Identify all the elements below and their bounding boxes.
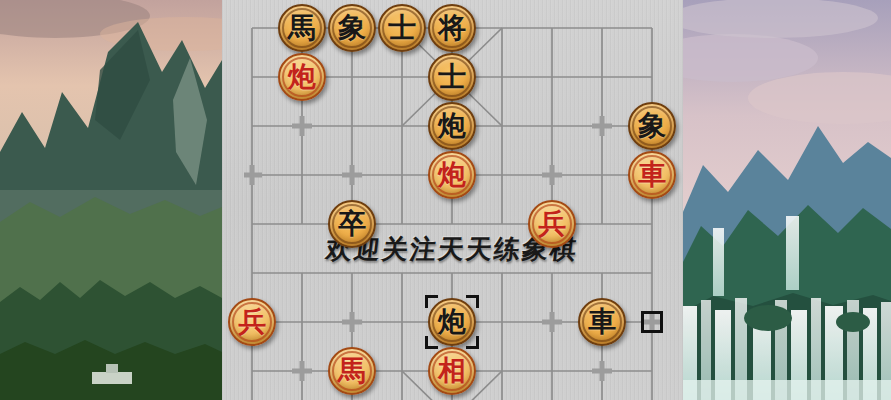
piece-red-炮[interactable]: 炮 <box>428 151 476 199</box>
move-origin-marker <box>641 311 663 333</box>
background-photo-right <box>683 0 891 400</box>
piece-red-相[interactable]: 相 <box>428 347 476 395</box>
piece-black-馬[interactable]: 馬 <box>278 4 326 52</box>
piece-black-車[interactable]: 車 <box>578 298 626 346</box>
piece-red-兵[interactable]: 兵 <box>228 298 276 346</box>
background-photo-left <box>0 0 222 400</box>
piece-red-馬[interactable]: 馬 <box>328 347 376 395</box>
piece-black-士[interactable]: 士 <box>378 4 426 52</box>
piece-red-車[interactable]: 車 <box>628 151 676 199</box>
piece-red-炮[interactable]: 炮 <box>278 53 326 101</box>
piece-black-炮[interactable]: 炮 <box>428 102 476 150</box>
waterfall-scenery-graphic <box>683 0 891 400</box>
piece-black-士[interactable]: 士 <box>428 53 476 101</box>
piece-black-炮[interactable]: 炮 <box>428 298 476 346</box>
piece-black-象[interactable]: 象 <box>328 4 376 52</box>
piece-black-象[interactable]: 象 <box>628 102 676 150</box>
xiangqi-board[interactable]: 欢迎关注天天练象棋 馬象士将炮士炮象炮車卒兵兵炮車馬相 <box>222 0 683 400</box>
piece-black-将[interactable]: 将 <box>428 4 476 52</box>
app-screen: 欢迎关注天天练象棋 馬象士将炮士炮象炮車卒兵兵炮車馬相 <box>0 0 891 400</box>
mountain-scenery-graphic <box>0 0 222 400</box>
piece-red-兵[interactable]: 兵 <box>528 200 576 248</box>
board-grid[interactable]: 馬象士将炮士炮象炮車卒兵兵炮車馬相 <box>227 4 677 400</box>
piece-black-卒[interactable]: 卒 <box>328 200 376 248</box>
